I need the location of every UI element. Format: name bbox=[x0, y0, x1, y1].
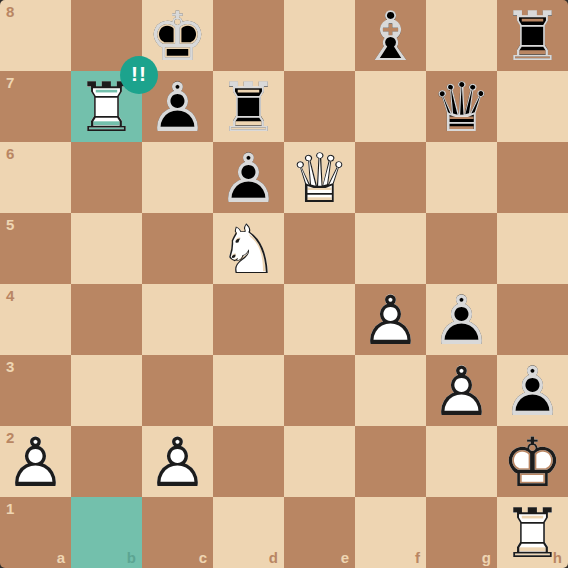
square-d6[interactable]: ♟♙ bbox=[213, 142, 284, 213]
square-c2[interactable]: ♟♙ bbox=[142, 426, 213, 497]
piece-white-pawn-c2[interactable]: ♟♙ bbox=[142, 426, 213, 497]
square-e7[interactable] bbox=[284, 71, 355, 142]
piece-outline: ♙ bbox=[213, 143, 284, 214]
square-a7[interactable]: 7 bbox=[0, 71, 71, 142]
square-b3[interactable] bbox=[71, 355, 142, 426]
square-h1[interactable]: h♜♖ bbox=[497, 497, 568, 568]
file-label-g: g bbox=[482, 549, 491, 566]
rank-label-6: 6 bbox=[6, 145, 14, 162]
square-d4[interactable] bbox=[213, 284, 284, 355]
rank-label-1: 1 bbox=[6, 500, 14, 517]
rank-label-7: 7 bbox=[6, 74, 14, 91]
square-g3[interactable]: ♟♙ bbox=[426, 355, 497, 426]
square-h6[interactable] bbox=[497, 142, 568, 213]
square-b5[interactable] bbox=[71, 213, 142, 284]
square-h8[interactable]: ♜♖ bbox=[497, 0, 568, 71]
piece-black-bishop-f8[interactable]: ♝♗ bbox=[355, 0, 426, 71]
file-label-h: h bbox=[553, 549, 562, 566]
square-h2[interactable]: ♚♔ bbox=[497, 426, 568, 497]
rank-label-5: 5 bbox=[6, 216, 14, 233]
square-g1[interactable]: g bbox=[426, 497, 497, 568]
file-label-e: e bbox=[341, 549, 349, 566]
square-g8[interactable] bbox=[426, 0, 497, 71]
file-label-f: f bbox=[415, 549, 420, 566]
square-a2[interactable]: 2♟♙ bbox=[0, 426, 71, 497]
square-h3[interactable]: ♟♙ bbox=[497, 355, 568, 426]
square-d5[interactable]: ♞♘ bbox=[213, 213, 284, 284]
brilliant-move-badge: !! bbox=[120, 56, 158, 94]
square-g4[interactable]: ♟♙ bbox=[426, 284, 497, 355]
square-a1[interactable]: 1a bbox=[0, 497, 71, 568]
square-a6[interactable]: 6 bbox=[0, 142, 71, 213]
piece-outline: ♕ bbox=[426, 72, 497, 143]
square-f8[interactable]: ♝♗ bbox=[355, 0, 426, 71]
piece-white-king-h2[interactable]: ♚♔ bbox=[497, 426, 568, 497]
square-a4[interactable]: 4 bbox=[0, 284, 71, 355]
square-f1[interactable]: f bbox=[355, 497, 426, 568]
square-h7[interactable] bbox=[497, 71, 568, 142]
piece-outline: ♕ bbox=[284, 143, 355, 214]
piece-black-rook-d7[interactable]: ♜♖ bbox=[213, 71, 284, 142]
square-e1[interactable]: e bbox=[284, 497, 355, 568]
piece-outline: ♘ bbox=[213, 214, 284, 285]
square-a5[interactable]: 5 bbox=[0, 213, 71, 284]
piece-outline: ♙ bbox=[426, 285, 497, 356]
square-f6[interactable] bbox=[355, 142, 426, 213]
piece-black-rook-h8[interactable]: ♜♖ bbox=[497, 0, 568, 71]
square-e4[interactable] bbox=[284, 284, 355, 355]
piece-outline: ♙ bbox=[497, 356, 568, 427]
piece-black-queen-g7[interactable]: ♛♕ bbox=[426, 71, 497, 142]
square-d3[interactable] bbox=[213, 355, 284, 426]
piece-black-pawn-d6[interactable]: ♟♙ bbox=[213, 142, 284, 213]
square-c3[interactable] bbox=[142, 355, 213, 426]
piece-outline: ♙ bbox=[142, 427, 213, 498]
square-b6[interactable] bbox=[71, 142, 142, 213]
square-d1[interactable]: d bbox=[213, 497, 284, 568]
piece-white-knight-d5[interactable]: ♞♘ bbox=[213, 213, 284, 284]
square-h5[interactable] bbox=[497, 213, 568, 284]
square-d2[interactable] bbox=[213, 426, 284, 497]
square-c8[interactable]: ♚♔ bbox=[142, 0, 213, 71]
piece-black-pawn-h3[interactable]: ♟♙ bbox=[497, 355, 568, 426]
square-f7[interactable] bbox=[355, 71, 426, 142]
square-a8[interactable]: 8 bbox=[0, 0, 71, 71]
piece-outline: ♙ bbox=[426, 356, 497, 427]
square-h4[interactable] bbox=[497, 284, 568, 355]
rank-label-8: 8 bbox=[6, 3, 14, 20]
square-b4[interactable] bbox=[71, 284, 142, 355]
square-c4[interactable] bbox=[142, 284, 213, 355]
piece-white-pawn-f4[interactable]: ♟♙ bbox=[355, 284, 426, 355]
square-e6[interactable]: ♛♕ bbox=[284, 142, 355, 213]
square-e5[interactable] bbox=[284, 213, 355, 284]
square-g7[interactable]: ♛♕ bbox=[426, 71, 497, 142]
square-g6[interactable] bbox=[426, 142, 497, 213]
square-f4[interactable]: ♟♙ bbox=[355, 284, 426, 355]
piece-outline: ♗ bbox=[355, 1, 426, 72]
square-b2[interactable] bbox=[71, 426, 142, 497]
square-d8[interactable] bbox=[213, 0, 284, 71]
piece-black-king-c8[interactable]: ♚♔ bbox=[142, 0, 213, 71]
piece-white-pawn-g3[interactable]: ♟♙ bbox=[426, 355, 497, 426]
square-c5[interactable] bbox=[142, 213, 213, 284]
piece-outline: ♙ bbox=[355, 285, 426, 356]
square-c1[interactable]: c bbox=[142, 497, 213, 568]
rank-label-2: 2 bbox=[6, 429, 14, 446]
rank-label-4: 4 bbox=[6, 287, 14, 304]
square-g2[interactable] bbox=[426, 426, 497, 497]
file-label-b: b bbox=[127, 549, 136, 566]
square-c6[interactable] bbox=[142, 142, 213, 213]
piece-outline: ♖ bbox=[213, 72, 284, 143]
file-label-d: d bbox=[269, 549, 278, 566]
square-f3[interactable] bbox=[355, 355, 426, 426]
rank-label-3: 3 bbox=[6, 358, 14, 375]
square-d7[interactable]: ♜♖ bbox=[213, 71, 284, 142]
square-f2[interactable] bbox=[355, 426, 426, 497]
chess-board[interactable]: 8♚♔♝♗♜♖7♜♖♟♙♜♖♛♕6♟♙♛♕5♞♘4♟♙♟♙3♟♙♟♙2♟♙♟♙♚… bbox=[0, 0, 568, 568]
piece-outline: ♖ bbox=[497, 1, 568, 72]
square-e3[interactable] bbox=[284, 355, 355, 426]
piece-white-queen-e6[interactable]: ♛♕ bbox=[284, 142, 355, 213]
file-label-a: a bbox=[57, 549, 65, 566]
file-label-c: c bbox=[199, 549, 207, 566]
square-a3[interactable]: 3 bbox=[0, 355, 71, 426]
square-e2[interactable] bbox=[284, 426, 355, 497]
piece-outline: ♔ bbox=[497, 427, 568, 498]
square-g5[interactable] bbox=[426, 213, 497, 284]
piece-black-pawn-g4[interactable]: ♟♙ bbox=[426, 284, 497, 355]
square-f5[interactable] bbox=[355, 213, 426, 284]
square-e8[interactable] bbox=[284, 0, 355, 71]
square-b1[interactable]: b bbox=[71, 497, 142, 568]
